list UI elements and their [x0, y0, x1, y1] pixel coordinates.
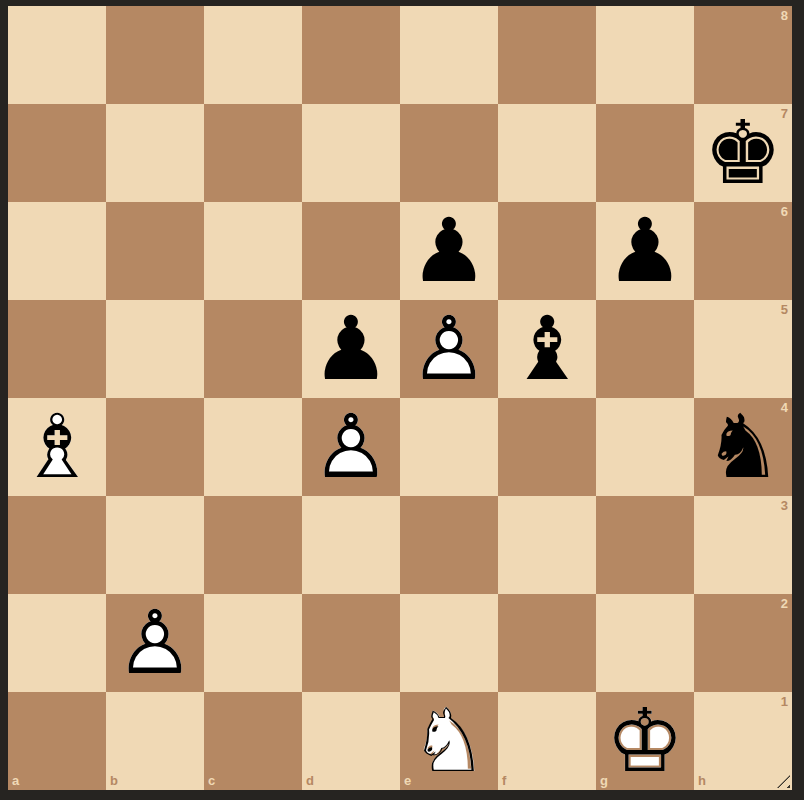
square-g8[interactable] — [596, 6, 694, 104]
square-h7[interactable]: ♚ — [694, 104, 792, 202]
white-pawn-d4[interactable]: ♟♙ — [302, 398, 400, 496]
white-bishop-outline-icon: ♗ — [8, 398, 106, 496]
square-e1[interactable]: ♞♘ — [400, 692, 498, 790]
square-c7[interactable] — [204, 104, 302, 202]
square-f2[interactable] — [498, 594, 596, 692]
file-label-b: b — [110, 774, 118, 787]
square-d5[interactable]: ♟ — [302, 300, 400, 398]
square-g6[interactable]: ♟ — [596, 202, 694, 300]
square-a4[interactable]: ♝♗ — [8, 398, 106, 496]
square-e4[interactable] — [400, 398, 498, 496]
square-c1[interactable] — [204, 692, 302, 790]
white-pawn-b2[interactable]: ♟♙ — [106, 594, 204, 692]
square-g3[interactable] — [596, 496, 694, 594]
square-a8[interactable] — [8, 6, 106, 104]
square-b1[interactable] — [106, 692, 204, 790]
square-c3[interactable] — [204, 496, 302, 594]
square-b2[interactable]: ♟♙ — [106, 594, 204, 692]
white-pawn-e5[interactable]: ♟♙ — [400, 300, 498, 398]
white-pawn-outline-icon: ♙ — [106, 594, 204, 692]
file-label-h: h — [698, 774, 706, 787]
file-label-a: a — [12, 774, 19, 787]
square-b7[interactable] — [106, 104, 204, 202]
square-c2[interactable] — [204, 594, 302, 692]
square-a3[interactable] — [8, 496, 106, 594]
square-h8[interactable] — [694, 6, 792, 104]
square-g1[interactable]: ♚♔ — [596, 692, 694, 790]
rank-label-7: 7 — [781, 107, 788, 120]
square-h2[interactable] — [694, 594, 792, 692]
square-b8[interactable] — [106, 6, 204, 104]
black-bishop-f5[interactable]: ♝ — [498, 300, 596, 398]
square-h1[interactable] — [694, 692, 792, 790]
square-g4[interactable] — [596, 398, 694, 496]
rank-label-4: 4 — [781, 401, 788, 414]
file-label-c: c — [208, 774, 215, 787]
square-a6[interactable] — [8, 202, 106, 300]
chess-board: ♚♟♟♟♟♙♝♝♗♟♙♞♟♙♞♘♚♔12345678abcdefgh — [8, 6, 792, 790]
square-d8[interactable] — [302, 6, 400, 104]
white-knight-e1[interactable]: ♞♘ — [400, 692, 498, 790]
black-pawn-e6[interactable]: ♟ — [400, 202, 498, 300]
square-b4[interactable] — [106, 398, 204, 496]
square-e6[interactable]: ♟ — [400, 202, 498, 300]
square-c4[interactable] — [204, 398, 302, 496]
white-pawn-outline-icon: ♙ — [302, 398, 400, 496]
square-b6[interactable] — [106, 202, 204, 300]
square-d6[interactable] — [302, 202, 400, 300]
square-e8[interactable] — [400, 6, 498, 104]
square-d3[interactable] — [302, 496, 400, 594]
square-h6[interactable] — [694, 202, 792, 300]
square-f4[interactable] — [498, 398, 596, 496]
square-d7[interactable] — [302, 104, 400, 202]
square-e5[interactable]: ♟♙ — [400, 300, 498, 398]
square-h5[interactable] — [694, 300, 792, 398]
white-bishop-a4[interactable]: ♝♗ — [8, 398, 106, 496]
rank-label-1: 1 — [781, 695, 788, 708]
file-label-d: d — [306, 774, 314, 787]
rank-label-3: 3 — [781, 499, 788, 512]
square-a5[interactable] — [8, 300, 106, 398]
square-g2[interactable] — [596, 594, 694, 692]
black-pawn-g6[interactable]: ♟ — [596, 202, 694, 300]
white-king-outline-icon: ♔ — [596, 692, 694, 790]
square-e2[interactable] — [400, 594, 498, 692]
white-pawn-outline-icon: ♙ — [400, 300, 498, 398]
square-f7[interactable] — [498, 104, 596, 202]
black-king-h7[interactable]: ♚ — [694, 104, 792, 202]
square-a7[interactable] — [8, 104, 106, 202]
square-f1[interactable] — [498, 692, 596, 790]
square-a2[interactable] — [8, 594, 106, 692]
white-king-g1[interactable]: ♚♔ — [596, 692, 694, 790]
rank-label-2: 2 — [781, 597, 788, 610]
file-label-g: g — [600, 774, 608, 787]
square-c8[interactable] — [204, 6, 302, 104]
square-e7[interactable] — [400, 104, 498, 202]
square-c5[interactable] — [204, 300, 302, 398]
white-knight-outline-icon: ♘ — [400, 692, 498, 790]
square-h4[interactable]: ♞ — [694, 398, 792, 496]
square-e3[interactable] — [400, 496, 498, 594]
square-b3[interactable] — [106, 496, 204, 594]
square-a1[interactable] — [8, 692, 106, 790]
square-f8[interactable] — [498, 6, 596, 104]
square-h3[interactable] — [694, 496, 792, 594]
square-f6[interactable] — [498, 202, 596, 300]
rank-label-6: 6 — [781, 205, 788, 218]
square-f5[interactable]: ♝ — [498, 300, 596, 398]
square-b5[interactable] — [106, 300, 204, 398]
file-label-e: e — [404, 774, 411, 787]
black-pawn-d5[interactable]: ♟ — [302, 300, 400, 398]
rank-label-8: 8 — [781, 9, 788, 22]
square-d2[interactable] — [302, 594, 400, 692]
square-d4[interactable]: ♟♙ — [302, 398, 400, 496]
rank-label-5: 5 — [781, 303, 788, 316]
square-c6[interactable] — [204, 202, 302, 300]
square-g7[interactable] — [596, 104, 694, 202]
square-d1[interactable] — [302, 692, 400, 790]
square-f3[interactable] — [498, 496, 596, 594]
file-label-f: f — [502, 774, 506, 787]
black-knight-h4[interactable]: ♞ — [694, 398, 792, 496]
square-g5[interactable] — [596, 300, 694, 398]
